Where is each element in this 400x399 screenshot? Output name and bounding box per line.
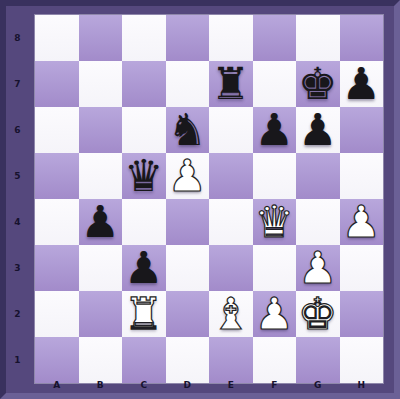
white-king[interactable]: ♚ [296, 291, 340, 337]
square-d8[interactable] [166, 15, 210, 61]
file-label-h: H [340, 377, 384, 393]
white-rook[interactable]: ♜ [122, 291, 166, 337]
board-frame: ♜♚♟♞♟♟♛♟♟♛♟♟♟♜♝♟♚ 87654321 ABCDEFGH [0, 0, 400, 399]
square-b2[interactable] [79, 291, 123, 337]
square-f8[interactable] [253, 15, 297, 61]
file-label-e: E [209, 377, 253, 393]
square-a2[interactable] [35, 291, 79, 337]
rank-label-7: 7 [6, 61, 29, 107]
rank-label-2: 2 [6, 291, 29, 337]
file-label-c: C [122, 377, 166, 393]
white-bishop[interactable]: ♝ [209, 291, 253, 337]
white-pawn[interactable]: ♟ [166, 153, 210, 199]
rank-label-4: 4 [6, 199, 29, 245]
white-pawn[interactable]: ♟ [340, 199, 384, 245]
white-queen[interactable]: ♛ [253, 199, 297, 245]
square-e4[interactable] [209, 199, 253, 245]
square-e8[interactable] [209, 15, 253, 61]
square-c3[interactable]: ♟ [122, 245, 166, 291]
square-f5[interactable] [253, 153, 297, 199]
square-d5[interactable]: ♟ [166, 153, 210, 199]
square-f3[interactable] [253, 245, 297, 291]
square-a6[interactable] [35, 107, 79, 153]
square-a4[interactable] [35, 199, 79, 245]
square-a5[interactable] [35, 153, 79, 199]
square-h8[interactable] [340, 15, 384, 61]
rank-label-1: 1 [6, 337, 29, 383]
square-g4[interactable] [296, 199, 340, 245]
square-b4[interactable]: ♟ [79, 199, 123, 245]
square-b6[interactable] [79, 107, 123, 153]
file-label-d: D [166, 377, 210, 393]
black-pawn[interactable]: ♟ [122, 245, 166, 291]
square-a3[interactable] [35, 245, 79, 291]
square-f6[interactable]: ♟ [253, 107, 297, 153]
square-g3[interactable]: ♟ [296, 245, 340, 291]
square-h6[interactable] [340, 107, 384, 153]
rank-label-3: 3 [6, 245, 29, 291]
square-c4[interactable] [122, 199, 166, 245]
square-f7[interactable] [253, 61, 297, 107]
square-b5[interactable] [79, 153, 123, 199]
square-d3[interactable] [166, 245, 210, 291]
square-e3[interactable] [209, 245, 253, 291]
file-label-b: B [79, 377, 123, 393]
square-h2[interactable] [340, 291, 384, 337]
black-pawn[interactable]: ♟ [340, 61, 384, 107]
square-f2[interactable]: ♟ [253, 291, 297, 337]
square-g8[interactable] [296, 15, 340, 61]
square-g2[interactable]: ♚ [296, 291, 340, 337]
square-g5[interactable] [296, 153, 340, 199]
file-label-a: A [35, 377, 79, 393]
square-g6[interactable]: ♟ [296, 107, 340, 153]
black-queen[interactable]: ♛ [122, 153, 166, 199]
black-pawn[interactable]: ♟ [79, 199, 123, 245]
square-b8[interactable] [79, 15, 123, 61]
file-label-f: F [253, 377, 297, 393]
square-c5[interactable]: ♛ [122, 153, 166, 199]
square-e7[interactable]: ♜ [209, 61, 253, 107]
black-king[interactable]: ♚ [296, 61, 340, 107]
square-b3[interactable] [79, 245, 123, 291]
rank-label-6: 6 [6, 107, 29, 153]
square-b7[interactable] [79, 61, 123, 107]
square-h7[interactable]: ♟ [340, 61, 384, 107]
square-d7[interactable] [166, 61, 210, 107]
square-e6[interactable] [209, 107, 253, 153]
square-g7[interactable]: ♚ [296, 61, 340, 107]
square-h5[interactable] [340, 153, 384, 199]
black-knight[interactable]: ♞ [166, 107, 210, 153]
square-e2[interactable]: ♝ [209, 291, 253, 337]
white-pawn[interactable]: ♟ [296, 245, 340, 291]
square-h4[interactable]: ♟ [340, 199, 384, 245]
square-c8[interactable] [122, 15, 166, 61]
black-rook[interactable]: ♜ [209, 61, 253, 107]
square-a8[interactable] [35, 15, 79, 61]
square-c6[interactable] [122, 107, 166, 153]
black-pawn[interactable]: ♟ [296, 107, 340, 153]
black-pawn[interactable]: ♟ [253, 107, 297, 153]
square-d2[interactable] [166, 291, 210, 337]
white-pawn[interactable]: ♟ [253, 291, 297, 337]
square-c7[interactable] [122, 61, 166, 107]
square-d6[interactable]: ♞ [166, 107, 210, 153]
square-f4[interactable]: ♛ [253, 199, 297, 245]
rank-label-8: 8 [6, 15, 29, 61]
square-a7[interactable] [35, 61, 79, 107]
chess-board: ♜♚♟♞♟♟♛♟♟♛♟♟♟♜♝♟♚ [35, 15, 383, 383]
square-c2[interactable]: ♜ [122, 291, 166, 337]
square-e5[interactable] [209, 153, 253, 199]
rank-label-5: 5 [6, 153, 29, 199]
file-label-g: G [296, 377, 340, 393]
square-d4[interactable] [166, 199, 210, 245]
square-h3[interactable] [340, 245, 384, 291]
